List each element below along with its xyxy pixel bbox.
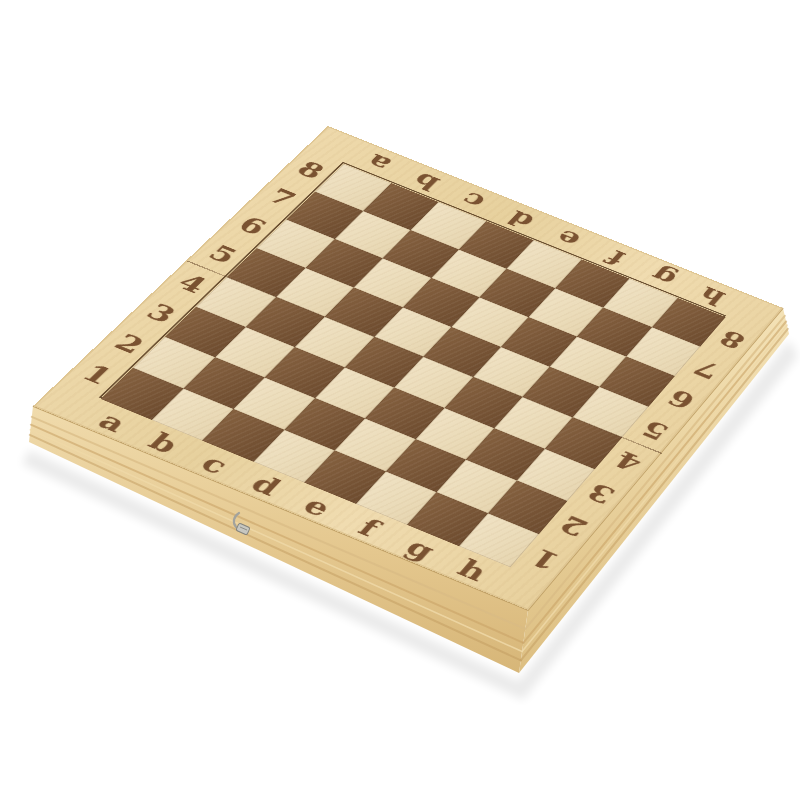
- product-photo-stage: 87654321 87654321 abcdefgh abcdefgh: [0, 0, 800, 800]
